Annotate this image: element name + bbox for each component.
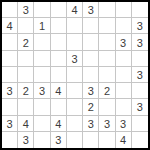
cell-r3c5[interactable] [67, 34, 83, 50]
cell-r3c9-clue: 3 [132, 34, 148, 50]
cell-r7c5[interactable] [67, 99, 83, 115]
cell-r6c1-clue: 3 [2, 83, 18, 99]
cell-r5c6[interactable] [83, 67, 99, 83]
cell-r5c8[interactable] [116, 67, 132, 83]
cell-r6c8[interactable] [116, 83, 132, 99]
cell-r8c3[interactable] [34, 116, 50, 132]
cell-r8c5[interactable] [67, 116, 83, 132]
cell-r7c8[interactable] [116, 99, 132, 115]
cell-r4c9[interactable] [132, 51, 148, 67]
cell-r3c7[interactable] [99, 34, 115, 50]
cell-r7c1[interactable] [2, 99, 18, 115]
cell-r8c4-clue: 4 [51, 116, 67, 132]
cell-r6c9[interactable] [132, 83, 148, 99]
cell-r9c4-clue: 3 [51, 132, 67, 148]
cell-r7c6-clue: 2 [83, 99, 99, 115]
cell-r3c2-clue: 2 [18, 34, 34, 50]
cell-r1c5-clue: 4 [67, 2, 83, 18]
cell-r4c3[interactable] [34, 51, 50, 67]
cell-r6c2-clue: 2 [18, 83, 34, 99]
cell-r8c9[interactable] [132, 116, 148, 132]
cell-r7c2[interactable] [18, 99, 34, 115]
cell-r1c3[interactable] [34, 2, 50, 18]
cell-r5c2[interactable] [18, 67, 34, 83]
cell-r9c3[interactable] [34, 132, 50, 148]
cell-r5c1[interactable] [2, 67, 18, 83]
cell-r9c7[interactable] [99, 132, 115, 148]
cell-r2c2[interactable] [18, 18, 34, 34]
cell-r6c5[interactable] [67, 83, 83, 99]
cell-r5c9-clue: 3 [132, 67, 148, 83]
cell-r2c7[interactable] [99, 18, 115, 34]
cell-r9c9[interactable] [132, 132, 148, 148]
cell-r5c4[interactable] [51, 67, 67, 83]
cell-r6c3-clue: 3 [34, 83, 50, 99]
cell-r9c1[interactable] [2, 132, 18, 148]
cell-r7c9-clue: 3 [132, 99, 148, 115]
cell-r2c4[interactable] [51, 18, 67, 34]
cell-r7c7[interactable] [99, 99, 115, 115]
cell-r9c8-clue: 4 [116, 132, 132, 148]
cell-r4c2[interactable] [18, 51, 34, 67]
cell-r8c7-clue: 3 [99, 116, 115, 132]
cell-r5c7[interactable] [99, 67, 115, 83]
cell-r3c1[interactable] [2, 34, 18, 50]
cell-r6c4-clue: 4 [51, 83, 67, 99]
cell-r2c3-clue: 1 [34, 18, 50, 34]
cell-r6c7-clue: 2 [99, 83, 115, 99]
cell-r2c8[interactable] [116, 18, 132, 34]
cell-r8c6-clue: 3 [83, 116, 99, 132]
cell-r7c3[interactable] [34, 99, 50, 115]
cell-r1c1[interactable] [2, 2, 18, 18]
cell-r2c5[interactable] [67, 18, 83, 34]
cell-r8c1-clue: 3 [2, 116, 18, 132]
cell-r9c5[interactable] [67, 132, 83, 148]
cell-r4c5-clue: 3 [67, 51, 83, 67]
puzzle-board: 3434132333332343223344333334 [0, 0, 150, 150]
cell-r1c8[interactable] [116, 2, 132, 18]
cell-r4c7[interactable] [99, 51, 115, 67]
cell-r3c3[interactable] [34, 34, 50, 50]
cell-r3c6[interactable] [83, 34, 99, 50]
cell-r3c8-clue: 3 [116, 34, 132, 50]
cell-r5c5[interactable] [67, 67, 83, 83]
cell-r9c2-clue: 3 [18, 132, 34, 148]
cell-r1c6-clue: 3 [83, 2, 99, 18]
cell-r1c4[interactable] [51, 2, 67, 18]
cell-r9c6[interactable] [83, 132, 99, 148]
cell-r1c9[interactable] [132, 2, 148, 18]
cell-r7c4[interactable] [51, 99, 67, 115]
cell-r1c7[interactable] [99, 2, 115, 18]
cell-r4c6[interactable] [83, 51, 99, 67]
cell-r3c4[interactable] [51, 34, 67, 50]
cell-r4c4[interactable] [51, 51, 67, 67]
cell-r4c1[interactable] [2, 51, 18, 67]
cell-r2c1-clue: 4 [2, 18, 18, 34]
cell-r8c8-clue: 3 [116, 116, 132, 132]
cell-r4c8[interactable] [116, 51, 132, 67]
cell-r1c2-clue: 3 [18, 2, 34, 18]
cell-r2c6[interactable] [83, 18, 99, 34]
cell-r6c6-clue: 3 [83, 83, 99, 99]
cell-r2c9-clue: 3 [132, 18, 148, 34]
cell-r5c3[interactable] [34, 67, 50, 83]
cell-r8c2-clue: 4 [18, 116, 34, 132]
